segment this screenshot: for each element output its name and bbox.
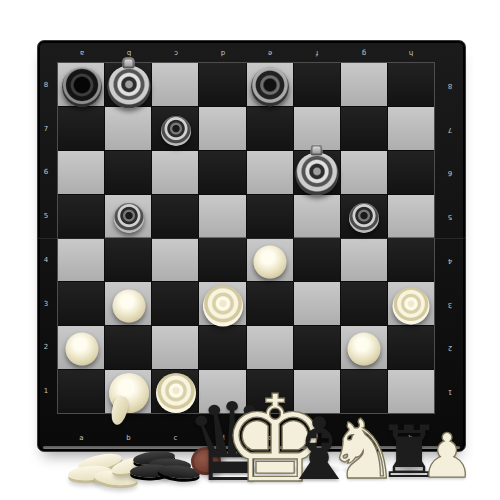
rank-label-left-1: 1 xyxy=(44,388,48,395)
square-d4 xyxy=(199,239,245,282)
file-label-bottom-a: a xyxy=(79,435,83,442)
file-label-top-e: e xyxy=(267,49,271,56)
rank-label-left-6: 6 xyxy=(44,169,48,176)
square-f2 xyxy=(294,326,340,369)
square-h5 xyxy=(388,195,434,238)
piece-white-pawn-e4 xyxy=(253,245,286,278)
square-c6 xyxy=(152,151,198,194)
piece-black-pawn-b5 xyxy=(114,203,144,233)
square-a4 xyxy=(58,239,104,282)
rank-label-right-8: 8 xyxy=(448,81,452,88)
rank-label-right-2: 2 xyxy=(448,344,452,351)
file-label-top-b: b xyxy=(126,49,130,56)
piece-black-rook-a8 xyxy=(62,67,102,107)
rank-label-right-1: 1 xyxy=(448,388,452,395)
piece-white-rook-h3 xyxy=(392,287,429,324)
square-g8 xyxy=(341,63,387,106)
square-h7 xyxy=(388,107,434,150)
square-c4 xyxy=(152,239,198,282)
square-f7 xyxy=(294,107,340,150)
square-a1 xyxy=(58,370,104,413)
rank-label-right-6: 6 xyxy=(448,169,452,176)
rank-label-right-3: 3 xyxy=(448,300,452,307)
rank-label-right-5: 5 xyxy=(448,213,452,220)
square-a5 xyxy=(58,195,104,238)
rank-label-left-4: 4 xyxy=(44,256,48,263)
square-g4 xyxy=(341,239,387,282)
piece-black-pawn-c7 xyxy=(161,116,191,146)
rank-label-left-3: 3 xyxy=(44,300,48,307)
file-label-top-h: h xyxy=(408,49,412,56)
file-label-top-f: f xyxy=(315,49,317,56)
square-d7 xyxy=(199,107,245,150)
square-b4 xyxy=(105,239,151,282)
square-c5 xyxy=(152,195,198,238)
piece-black-pawn-g5 xyxy=(349,203,379,233)
square-b7 xyxy=(105,107,151,150)
piece-white-knight-b1 xyxy=(109,373,149,413)
standing-piece-white-pawn: ♟ xyxy=(420,425,475,486)
square-d6 xyxy=(199,151,245,194)
chessboard xyxy=(58,63,434,413)
square-h6 xyxy=(388,151,434,194)
square-b6 xyxy=(105,151,151,194)
square-f5 xyxy=(294,195,340,238)
square-c8 xyxy=(152,63,198,106)
rank-label-left-7: 7 xyxy=(44,125,48,132)
rank-label-left-5: 5 xyxy=(44,213,48,220)
square-c2 xyxy=(152,326,198,369)
file-label-top-a: a xyxy=(79,49,83,56)
rank-label-left-2: 2 xyxy=(44,344,48,351)
piece-white-pawn-a2 xyxy=(65,333,98,366)
piece-white-pawn-g2 xyxy=(347,333,380,366)
product-photo-scene: abcdefghabcdefgh8765432187654321 ♛♚♝♞♜♟ xyxy=(0,0,500,500)
square-c3 xyxy=(152,282,198,325)
square-g7 xyxy=(341,107,387,150)
piece-black-king-b8 xyxy=(107,65,150,108)
file-label-top-d: d xyxy=(220,49,224,56)
square-d5 xyxy=(199,195,245,238)
square-h2 xyxy=(388,326,434,369)
piece-black-queen-f6 xyxy=(295,153,338,196)
square-f8 xyxy=(294,63,340,106)
file-label-top-c: c xyxy=(174,49,178,56)
square-e2 xyxy=(247,326,293,369)
file-label-bottom-c: c xyxy=(174,435,178,442)
square-a7 xyxy=(58,107,104,150)
square-g6 xyxy=(341,151,387,194)
square-h8 xyxy=(388,63,434,106)
piece-black-bishop-e8 xyxy=(251,67,289,106)
rank-label-left-8: 8 xyxy=(44,81,48,88)
square-e5 xyxy=(247,195,293,238)
square-g3 xyxy=(341,282,387,325)
square-f4 xyxy=(294,239,340,282)
square-d2 xyxy=(199,326,245,369)
square-b2 xyxy=(105,326,151,369)
square-e6 xyxy=(247,151,293,194)
square-e7 xyxy=(247,107,293,150)
square-f3 xyxy=(294,282,340,325)
square-a3 xyxy=(58,282,104,325)
file-label-top-g: g xyxy=(361,49,365,56)
square-e3 xyxy=(247,282,293,325)
piece-white-pawn-b3 xyxy=(112,289,145,322)
square-a6 xyxy=(58,151,104,194)
square-h4 xyxy=(388,239,434,282)
rank-label-right-7: 7 xyxy=(448,125,452,132)
piece-white-queen-d3 xyxy=(203,285,243,326)
rank-label-right-4: 4 xyxy=(448,256,452,263)
file-label-bottom-b: b xyxy=(126,435,130,442)
square-d8 xyxy=(199,63,245,106)
